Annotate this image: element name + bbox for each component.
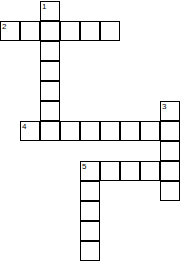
- crossword-cell-r1c0[interactable]: 2: [0, 21, 20, 41]
- crossword-cell-r1c4[interactable]: [80, 21, 100, 41]
- crossword-cell-r7c8[interactable]: [160, 141, 180, 161]
- crossword-cell-r0c2[interactable]: 1: [40, 1, 60, 21]
- crossword-cell-r6c6[interactable]: [120, 121, 140, 141]
- crossword-cell-r2c2[interactable]: [40, 41, 60, 61]
- crossword-cell-r8c4[interactable]: 5: [80, 161, 100, 181]
- crossword-cell-r1c1[interactable]: [20, 21, 40, 41]
- crossword-cell-r6c4[interactable]: [80, 121, 100, 141]
- clue-number-2: 2: [2, 22, 6, 31]
- crossword-cell-r8c8[interactable]: [160, 161, 180, 181]
- crossword-cell-r1c2[interactable]: [40, 21, 60, 41]
- crossword-cell-r8c5[interactable]: [100, 161, 120, 181]
- crossword-cell-r12c4[interactable]: [80, 241, 100, 261]
- crossword-cell-r9c4[interactable]: [80, 181, 100, 201]
- crossword-cell-r6c3[interactable]: [60, 121, 80, 141]
- clue-number-3: 3: [162, 102, 166, 111]
- crossword-cell-r6c7[interactable]: [140, 121, 160, 141]
- crossword-cell-r8c6[interactable]: [120, 161, 140, 181]
- crossword-cell-r11c4[interactable]: [80, 221, 100, 241]
- crossword-cell-r10c4[interactable]: [80, 201, 100, 221]
- clue-number-1: 1: [42, 2, 46, 11]
- crossword-cell-r5c2[interactable]: [40, 101, 60, 121]
- crossword-cell-r1c3[interactable]: [60, 21, 80, 41]
- crossword-cell-r6c1[interactable]: 4: [20, 121, 40, 141]
- crossword-cell-r5c8[interactable]: 3: [160, 101, 180, 121]
- crossword-cell-r9c8[interactable]: [160, 181, 180, 201]
- crossword-cell-r8c7[interactable]: [140, 161, 160, 181]
- crossword-cell-r4c2[interactable]: [40, 81, 60, 101]
- crossword-cell-r3c2[interactable]: [40, 61, 60, 81]
- clue-number-4: 4: [22, 122, 26, 131]
- crossword-board: 12345: [0, 0, 181, 261]
- crossword-grid: 12345: [0, 1, 180, 261]
- clue-number-5: 5: [82, 162, 86, 171]
- crossword-cell-r6c8[interactable]: [160, 121, 180, 141]
- crossword-cell-r6c5[interactable]: [100, 121, 120, 141]
- crossword-cell-r1c5[interactable]: [100, 21, 120, 41]
- crossword-cell-r6c2[interactable]: [40, 121, 60, 141]
